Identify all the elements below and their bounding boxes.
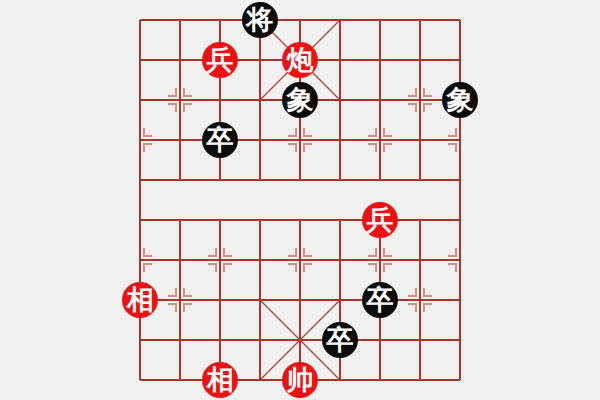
- board-point[interactable]: 相: [120, 280, 160, 320]
- board-point[interactable]: [440, 40, 480, 80]
- board-point[interactable]: [160, 280, 200, 320]
- board-point[interactable]: [160, 320, 200, 360]
- board-point[interactable]: [200, 160, 240, 200]
- red-cannon-piece[interactable]: 炮: [282, 42, 318, 78]
- board-point[interactable]: [400, 320, 440, 360]
- board-point[interactable]: [120, 320, 160, 360]
- board-point[interactable]: [160, 0, 200, 40]
- board-point[interactable]: [400, 160, 440, 200]
- xiangqi-board: 将兵炮象象卒兵相卒卒相帅: [0, 0, 600, 400]
- board-point[interactable]: [200, 80, 240, 120]
- board-point[interactable]: [400, 80, 440, 120]
- board-point[interactable]: [440, 0, 480, 40]
- board-point[interactable]: [440, 200, 480, 240]
- black-general-piece[interactable]: 将: [242, 2, 278, 38]
- board-point[interactable]: [320, 280, 360, 320]
- board-point[interactable]: [280, 200, 320, 240]
- black-soldier-piece[interactable]: 卒: [202, 122, 238, 158]
- board-point[interactable]: [160, 40, 200, 80]
- board-point[interactable]: [120, 80, 160, 120]
- board-point[interactable]: [320, 80, 360, 120]
- board-point[interactable]: [440, 120, 480, 160]
- board-point[interactable]: [360, 160, 400, 200]
- board-point[interactable]: [440, 280, 480, 320]
- board-point[interactable]: [400, 40, 440, 80]
- board-point[interactable]: [120, 120, 160, 160]
- board-point[interactable]: [200, 320, 240, 360]
- board-point[interactable]: [120, 160, 160, 200]
- board-point[interactable]: [160, 240, 200, 280]
- board-point[interactable]: [240, 240, 280, 280]
- board-point[interactable]: 卒: [360, 280, 400, 320]
- board-point[interactable]: [440, 160, 480, 200]
- board-point[interactable]: 兵: [360, 200, 400, 240]
- board-point[interactable]: [160, 360, 200, 400]
- board-point[interactable]: [440, 240, 480, 280]
- board-point[interactable]: [320, 120, 360, 160]
- board-point[interactable]: [360, 360, 400, 400]
- board-point[interactable]: [200, 280, 240, 320]
- board-point[interactable]: [280, 160, 320, 200]
- board-point[interactable]: [120, 200, 160, 240]
- board-point[interactable]: [280, 0, 320, 40]
- board-point[interactable]: [240, 120, 280, 160]
- black-soldier-piece[interactable]: 卒: [322, 322, 358, 358]
- board-point[interactable]: 将: [240, 0, 280, 40]
- board-point[interactable]: [160, 80, 200, 120]
- board-point[interactable]: [160, 160, 200, 200]
- red-general-piece[interactable]: 帅: [282, 362, 318, 398]
- board-point[interactable]: [440, 360, 480, 400]
- board-point[interactable]: [320, 40, 360, 80]
- board-point[interactable]: [240, 320, 280, 360]
- board-point[interactable]: [400, 280, 440, 320]
- board-point[interactable]: [320, 240, 360, 280]
- board-point[interactable]: [160, 200, 200, 240]
- board-point[interactable]: [240, 160, 280, 200]
- board-point[interactable]: [400, 360, 440, 400]
- board-point[interactable]: 兵: [200, 40, 240, 80]
- board-point[interactable]: 相: [200, 360, 240, 400]
- board-point[interactable]: [400, 200, 440, 240]
- red-soldier-piece[interactable]: 兵: [202, 42, 238, 78]
- black-soldier-piece[interactable]: 卒: [362, 282, 398, 318]
- red-soldier-piece[interactable]: 兵: [362, 202, 398, 238]
- board-point[interactable]: [360, 240, 400, 280]
- board-point[interactable]: [320, 360, 360, 400]
- red-elephant-piece[interactable]: 相: [122, 282, 158, 318]
- board-point[interactable]: [320, 0, 360, 40]
- board-point[interactable]: [360, 40, 400, 80]
- board-point[interactable]: [240, 200, 280, 240]
- board-point[interactable]: [280, 120, 320, 160]
- board-point[interactable]: [240, 360, 280, 400]
- board-point[interactable]: [400, 120, 440, 160]
- board-point[interactable]: [240, 80, 280, 120]
- board-point[interactable]: [400, 0, 440, 40]
- board-point[interactable]: [360, 0, 400, 40]
- board-point[interactable]: [360, 120, 400, 160]
- board-grid: 将兵炮象象卒兵相卒卒相帅: [120, 0, 480, 400]
- board-point[interactable]: 帅: [280, 360, 320, 400]
- red-elephant-piece[interactable]: 相: [202, 362, 238, 398]
- board-point[interactable]: [360, 80, 400, 120]
- board-point[interactable]: [280, 320, 320, 360]
- board-point[interactable]: [360, 320, 400, 360]
- board-point[interactable]: [160, 120, 200, 160]
- board-point[interactable]: [200, 0, 240, 40]
- board-point[interactable]: [240, 280, 280, 320]
- board-point[interactable]: [280, 280, 320, 320]
- board-point[interactable]: [120, 360, 160, 400]
- board-point[interactable]: 炮: [280, 40, 320, 80]
- board-point[interactable]: 象: [280, 80, 320, 120]
- board-point[interactable]: [320, 200, 360, 240]
- board-point[interactable]: 卒: [320, 320, 360, 360]
- black-elephant-piece[interactable]: 象: [442, 82, 478, 118]
- board-point[interactable]: [120, 0, 160, 40]
- board-point[interactable]: [120, 40, 160, 80]
- board-point[interactable]: [240, 40, 280, 80]
- board-point[interactable]: [200, 240, 240, 280]
- board-point[interactable]: [280, 240, 320, 280]
- board-point[interactable]: 卒: [200, 120, 240, 160]
- board-point[interactable]: [120, 240, 160, 280]
- board-point[interactable]: [200, 200, 240, 240]
- board-point[interactable]: 象: [440, 80, 480, 120]
- board-point[interactable]: [320, 160, 360, 200]
- board-point[interactable]: [440, 320, 480, 360]
- board-point[interactable]: [400, 240, 440, 280]
- black-elephant-piece[interactable]: 象: [282, 82, 318, 118]
